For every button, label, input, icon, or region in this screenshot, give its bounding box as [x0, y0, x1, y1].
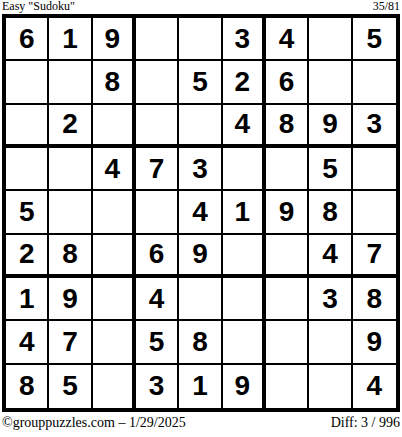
- cell-r1c1[interactable]: 6: [6, 18, 49, 61]
- cell-r1c8[interactable]: [309, 18, 352, 61]
- cell-r4c1[interactable]: [6, 148, 49, 191]
- cell-r3c7[interactable]: 8: [266, 105, 309, 148]
- cell-r4c9[interactable]: [353, 148, 396, 191]
- cell-r2c1[interactable]: [6, 61, 49, 104]
- cell-r5c6[interactable]: 1: [223, 191, 266, 234]
- cell-r8c8[interactable]: [309, 321, 352, 364]
- cell-r9c6[interactable]: 9: [223, 365, 266, 408]
- cell-r7c5[interactable]: [179, 278, 222, 321]
- copyright-date-label: ©grouppuzzles.com – 1/29/2025: [2, 415, 186, 431]
- cell-r4c2[interactable]: [49, 148, 92, 191]
- cell-r3c9[interactable]: 3: [353, 105, 396, 148]
- sudoku-board: 6193458526248934735541982869471943847589…: [2, 14, 400, 412]
- cell-r8c9[interactable]: 9: [353, 321, 396, 364]
- cell-r4c6[interactable]: [223, 148, 266, 191]
- cell-r2c8[interactable]: [309, 61, 352, 104]
- cell-r3c3[interactable]: [93, 105, 136, 148]
- cell-r6c5[interactable]: 9: [179, 235, 222, 278]
- cell-r7c2[interactable]: 9: [49, 278, 92, 321]
- cell-r3c2[interactable]: 2: [49, 105, 92, 148]
- header: Easy "Sudoku" 35/81: [0, 0, 402, 14]
- cell-r1c7[interactable]: 4: [266, 18, 309, 61]
- cell-r1c4[interactable]: [136, 18, 179, 61]
- footer: ©grouppuzzles.com – 1/29/2025 Diff: 3 / …: [0, 412, 402, 437]
- puzzle-title: Easy "Sudoku": [2, 0, 75, 13]
- cell-r8c1[interactable]: 4: [6, 321, 49, 364]
- cell-r2c3[interactable]: 8: [93, 61, 136, 104]
- cell-r9c7[interactable]: [266, 365, 309, 408]
- cell-r7c9[interactable]: 8: [353, 278, 396, 321]
- cell-r4c5[interactable]: 3: [179, 148, 222, 191]
- cell-r9c3[interactable]: [93, 365, 136, 408]
- cell-r6c7[interactable]: [266, 235, 309, 278]
- cell-r7c1[interactable]: 1: [6, 278, 49, 321]
- cell-r5c3[interactable]: [93, 191, 136, 234]
- cell-r1c6[interactable]: 3: [223, 18, 266, 61]
- cell-r5c7[interactable]: 9: [266, 191, 309, 234]
- cell-r5c2[interactable]: [49, 191, 92, 234]
- cell-r1c3[interactable]: 9: [93, 18, 136, 61]
- cell-r5c5[interactable]: 4: [179, 191, 222, 234]
- cell-r4c4[interactable]: 7: [136, 148, 179, 191]
- cell-r3c6[interactable]: 4: [223, 105, 266, 148]
- cell-r7c8[interactable]: 3: [309, 278, 352, 321]
- cell-r3c4[interactable]: [136, 105, 179, 148]
- cell-r6c2[interactable]: 8: [49, 235, 92, 278]
- cell-r7c7[interactable]: [266, 278, 309, 321]
- cell-r2c7[interactable]: 6: [266, 61, 309, 104]
- cell-r8c5[interactable]: 8: [179, 321, 222, 364]
- cell-r9c8[interactable]: [309, 365, 352, 408]
- cell-r2c6[interactable]: 2: [223, 61, 266, 104]
- cell-r5c1[interactable]: 5: [6, 191, 49, 234]
- cell-r5c4[interactable]: [136, 191, 179, 234]
- cell-r8c7[interactable]: [266, 321, 309, 364]
- sudoku-page: Easy "Sudoku" 35/81 61934585262489347355…: [0, 0, 402, 437]
- cell-r6c8[interactable]: 4: [309, 235, 352, 278]
- cell-r2c9[interactable]: [353, 61, 396, 104]
- cell-r7c3[interactable]: [93, 278, 136, 321]
- given-counter: 35/81: [373, 0, 400, 13]
- cell-r5c8[interactable]: 8: [309, 191, 352, 234]
- cell-r8c4[interactable]: 5: [136, 321, 179, 364]
- cell-r1c9[interactable]: 5: [353, 18, 396, 61]
- cell-r9c2[interactable]: 5: [49, 365, 92, 408]
- cell-r6c4[interactable]: 6: [136, 235, 179, 278]
- difficulty-label: Diff: 3 / 996: [331, 415, 400, 431]
- cell-r6c9[interactable]: 7: [353, 235, 396, 278]
- cell-r2c2[interactable]: [49, 61, 92, 104]
- cell-r4c8[interactable]: 5: [309, 148, 352, 191]
- cell-r1c5[interactable]: [179, 18, 222, 61]
- cell-r3c8[interactable]: 9: [309, 105, 352, 148]
- cell-r8c6[interactable]: [223, 321, 266, 364]
- cell-r3c5[interactable]: [179, 105, 222, 148]
- cell-r6c1[interactable]: 2: [6, 235, 49, 278]
- cell-r4c7[interactable]: [266, 148, 309, 191]
- cell-r4c3[interactable]: 4: [93, 148, 136, 191]
- cell-r2c5[interactable]: 5: [179, 61, 222, 104]
- cell-r9c5[interactable]: 1: [179, 365, 222, 408]
- cell-r7c6[interactable]: [223, 278, 266, 321]
- cell-r6c3[interactable]: [93, 235, 136, 278]
- cell-r3c1[interactable]: [6, 105, 49, 148]
- cell-r5c9[interactable]: [353, 191, 396, 234]
- cell-r9c1[interactable]: 8: [6, 365, 49, 408]
- cell-r8c2[interactable]: 7: [49, 321, 92, 364]
- cell-r9c9[interactable]: 4: [353, 365, 396, 408]
- cell-r9c4[interactable]: 3: [136, 365, 179, 408]
- cell-r7c4[interactable]: 4: [136, 278, 179, 321]
- cell-r2c4[interactable]: [136, 61, 179, 104]
- cell-r6c6[interactable]: [223, 235, 266, 278]
- cell-r1c2[interactable]: 1: [49, 18, 92, 61]
- cell-r8c3[interactable]: [93, 321, 136, 364]
